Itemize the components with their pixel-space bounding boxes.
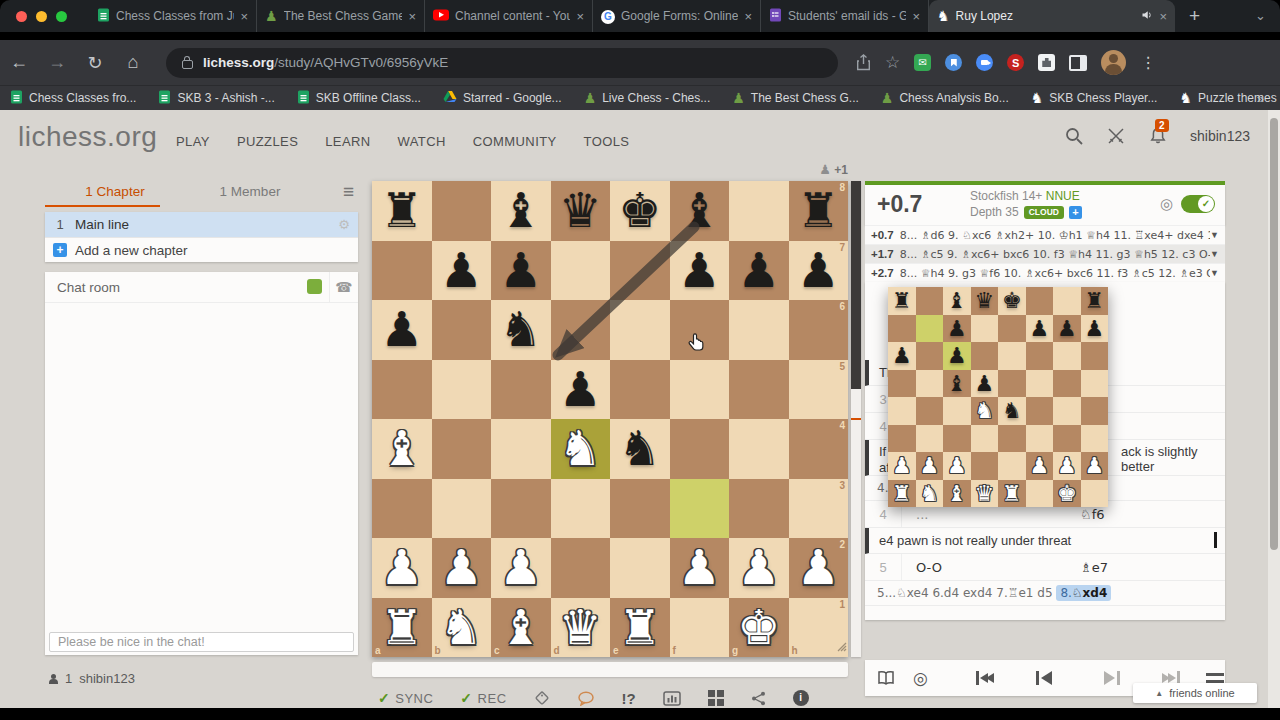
move-number: 5 bbox=[865, 554, 902, 580]
tab-title: Channel content - YouTu bbox=[455, 9, 570, 23]
zoom-extension-icon[interactable] bbox=[976, 54, 993, 71]
square-f7[interactable] bbox=[670, 241, 730, 301]
chapter-row[interactable]: 1 Main line ⚙ bbox=[45, 212, 358, 238]
square-b7 bbox=[916, 315, 944, 343]
square-f5[interactable] bbox=[670, 360, 730, 420]
text-cursor bbox=[1214, 532, 1217, 548]
plus-icon: + bbox=[53, 243, 67, 257]
board-resize-handle[interactable] bbox=[835, 638, 847, 656]
square-b8[interactable] bbox=[432, 181, 492, 241]
square-c4[interactable] bbox=[491, 419, 551, 479]
tab-close-icon[interactable]: × bbox=[1159, 9, 1167, 24]
tab-title: The Best Chess Games o bbox=[284, 9, 403, 23]
square-f4[interactable] bbox=[670, 419, 730, 479]
bookmark-item[interactable]: ♞Puzzle themes · li... bbox=[1179, 90, 1280, 106]
material-advantage: ♟ +1 bbox=[372, 162, 848, 178]
square-e6 bbox=[998, 342, 1026, 370]
file-label: h bbox=[792, 645, 798, 656]
square-b2[interactable] bbox=[432, 538, 492, 598]
share-icon[interactable] bbox=[856, 54, 871, 71]
square-c6 bbox=[943, 342, 971, 370]
sync-toggle[interactable]: ✓SYNC bbox=[378, 690, 433, 706]
keep-extension-icon[interactable] bbox=[945, 54, 962, 71]
square-g3[interactable] bbox=[729, 479, 789, 539]
square-d2[interactable] bbox=[551, 538, 611, 598]
add-chapter-label: Add a new chapter bbox=[75, 243, 188, 258]
square-c5[interactable] bbox=[491, 360, 551, 420]
profile-avatar[interactable] bbox=[1101, 50, 1126, 75]
tab-chapters[interactable]: 1 Chapter bbox=[45, 184, 185, 199]
square-b1[interactable]: b bbox=[432, 598, 492, 658]
current-move[interactable]: 8.♘xd4 bbox=[1056, 585, 1111, 601]
home-button[interactable]: ⌂ bbox=[114, 52, 152, 73]
tab-close-icon[interactable]: × bbox=[576, 9, 584, 24]
tab-close-icon[interactable]: × bbox=[912, 9, 920, 24]
browser-menu-icon[interactable]: ⋮ bbox=[1140, 53, 1156, 72]
square-a2 bbox=[888, 452, 916, 480]
square-d6 bbox=[971, 342, 999, 370]
line-moves: 8... ♕h4 9. g3 ♕f6 10. ♗xc6+ bxc6 11. f3… bbox=[900, 267, 1210, 280]
move-row: 5O-O♗e7 bbox=[865, 554, 1225, 581]
square-b6 bbox=[916, 342, 944, 370]
toolbar-extensions: ☆ ✉ S ⋮ bbox=[856, 50, 1156, 75]
browser-tab[interactable]: Channel content - YouTu× bbox=[425, 0, 593, 32]
square-g4[interactable] bbox=[729, 419, 789, 479]
window-minimize-button[interactable] bbox=[36, 11, 47, 22]
pawn-favicon-icon: ♟ bbox=[265, 8, 278, 24]
bookmark-label: Live Chess - Ches... bbox=[602, 91, 710, 105]
square-a3 bbox=[888, 425, 916, 453]
eval-gauge bbox=[851, 181, 861, 657]
square-b6[interactable] bbox=[432, 300, 492, 360]
nav-puzzles[interactable]: PUZZLES bbox=[237, 134, 298, 149]
square-a6[interactable] bbox=[372, 300, 432, 360]
rank-label: 8 bbox=[839, 182, 845, 193]
rec-toggle[interactable]: ✓REC bbox=[460, 690, 506, 706]
nav-play[interactable]: PLAY bbox=[176, 134, 210, 149]
square-g5 bbox=[1053, 370, 1081, 398]
challenges-swords-icon[interactable] bbox=[1106, 126, 1126, 146]
square-h2[interactable]: 2 bbox=[789, 538, 849, 598]
square-g1 bbox=[1053, 480, 1081, 508]
line-moves: 8... ♗d6 9. ♘xc6 ♗xh2+ 10. ♔h1 ♕h4 11. ♖… bbox=[900, 229, 1210, 242]
nav-tools[interactable]: TOOLS bbox=[584, 134, 630, 149]
square-f7 bbox=[1026, 315, 1054, 343]
sheets-bookmark-icon bbox=[297, 90, 310, 107]
tab-strip: Chess Classes from Jun×♟The Best Chess G… bbox=[89, 0, 1175, 32]
square-f8 bbox=[1026, 287, 1054, 315]
bookmark-item[interactable]: ♟The Best Chess G... bbox=[732, 90, 859, 106]
square-a8[interactable] bbox=[372, 181, 432, 241]
reload-button[interactable]: ↻ bbox=[76, 52, 114, 74]
pawn-bookmark-icon: ♟ bbox=[584, 90, 597, 106]
line-eval: +1.7 bbox=[871, 248, 894, 260]
bookmark-star-icon[interactable]: ☆ bbox=[885, 52, 900, 73]
share-analysis-icon[interactable] bbox=[751, 691, 766, 706]
rank-label: 2 bbox=[839, 539, 845, 550]
bookmark-label: SKB Chess Player... bbox=[1049, 91, 1157, 105]
browser-tab[interactable]: Students' email ids - Go× bbox=[761, 0, 929, 32]
engine-plus-icon[interactable]: + bbox=[1069, 206, 1082, 219]
tab-title: Ruy Lopez bbox=[956, 9, 1136, 23]
rank-label: 6 bbox=[839, 301, 845, 312]
browser-tab[interactable]: GGoogle Forms: Online Fo× bbox=[593, 0, 761, 32]
boards-grid-icon[interactable] bbox=[708, 690, 724, 706]
back-button[interactable]: ← bbox=[0, 52, 38, 73]
square-e5[interactable] bbox=[610, 360, 670, 420]
side-panel-icon[interactable] bbox=[1069, 55, 1087, 71]
square-h5 bbox=[1081, 370, 1109, 398]
square-f2 bbox=[1026, 452, 1054, 480]
prev-move-button[interactable] bbox=[1036, 671, 1052, 685]
square-d5[interactable] bbox=[551, 360, 611, 420]
square-g3 bbox=[1053, 425, 1081, 453]
board-resize-bar[interactable] bbox=[372, 662, 848, 677]
chart-icon[interactable] bbox=[663, 691, 681, 706]
square-e4[interactable] bbox=[610, 419, 670, 479]
square-g7[interactable] bbox=[729, 241, 789, 301]
square-a6 bbox=[888, 342, 916, 370]
file-label: d bbox=[554, 645, 560, 656]
bookmark-item[interactable]: Chess Classes fro... bbox=[10, 90, 136, 107]
engine-header: +0.7 Stockfish 14+ NNUE Depth 35 CLOUD +… bbox=[865, 185, 1225, 225]
browser-tab[interactable]: Chess Classes from Jun× bbox=[89, 0, 257, 32]
square-g7 bbox=[1053, 315, 1081, 343]
file-label: c bbox=[494, 645, 500, 656]
page-scrollbar-thumb[interactable] bbox=[1270, 118, 1278, 550]
square-b1 bbox=[916, 480, 944, 508]
spectator-count: 1 bbox=[65, 671, 72, 686]
square-c7[interactable] bbox=[491, 241, 551, 301]
square-a3[interactable] bbox=[372, 479, 432, 539]
square-e7[interactable] bbox=[610, 241, 670, 301]
square-h7 bbox=[1081, 315, 1109, 343]
url-domain: lichess.org bbox=[203, 55, 274, 70]
variation-line[interactable]: 5...♘xe4 6.d4 exd4 7.♖e1 d5 8.♘xd4 bbox=[865, 581, 1225, 606]
book-icon[interactable] bbox=[877, 670, 895, 686]
square-c1[interactable]: c bbox=[491, 598, 551, 658]
comment-bubble-icon[interactable] bbox=[577, 691, 595, 706]
analysis-menu-icon[interactable] bbox=[1206, 673, 1224, 683]
square-g4 bbox=[1053, 397, 1081, 425]
user-menu[interactable]: shibin123 bbox=[1190, 128, 1250, 144]
engine-focus-icon[interactable]: ◎ bbox=[1160, 195, 1173, 213]
square-h3 bbox=[1081, 425, 1109, 453]
url-path: /study/AQHvGTv0/6956yVkE bbox=[274, 55, 448, 70]
lock-icon bbox=[182, 60, 193, 69]
square-g6[interactable] bbox=[729, 300, 789, 360]
notification-badge: 2 bbox=[1155, 119, 1169, 132]
square-f2[interactable] bbox=[670, 538, 730, 598]
screen: Chess Classes from Jun×♟The Best Chess G… bbox=[0, 0, 1280, 720]
chapter-title: Main line bbox=[75, 217, 129, 232]
google-favicon-icon: G bbox=[601, 9, 615, 24]
square-g1[interactable]: g bbox=[729, 598, 789, 658]
square-d8 bbox=[971, 287, 999, 315]
rank-label: 5 bbox=[839, 361, 845, 372]
forward-button[interactable]: → bbox=[38, 52, 76, 73]
phone-icon[interactable]: ☎ bbox=[329, 272, 358, 302]
square-b4[interactable] bbox=[432, 419, 492, 479]
bookmark-label: Starred - Google... bbox=[463, 91, 562, 105]
square-a4[interactable] bbox=[372, 419, 432, 479]
square-c6[interactable] bbox=[491, 300, 551, 360]
nav-community[interactable]: COMMUNITY bbox=[473, 134, 557, 149]
tab-search-chevron-icon[interactable]: ⌄ bbox=[1255, 8, 1266, 23]
line-moves: 8... ♗c5 9. ♗xc6+ bxc6 10. f3 ♕h4 11. g3… bbox=[900, 248, 1210, 261]
bookmark-item[interactable]: ♟Chess Analysis Bo... bbox=[881, 90, 1009, 106]
first-move-button[interactable] bbox=[976, 671, 994, 685]
square-b2 bbox=[916, 452, 944, 480]
bookmark-label: The Best Chess G... bbox=[751, 91, 859, 105]
browser-tab-bar: Chess Classes from Jun×♟The Best Chess G… bbox=[0, 0, 1280, 32]
bookmark-item[interactable]: SKB 3 - Ashish -... bbox=[158, 90, 274, 107]
browser-tab[interactable]: ♞Ruy Lopez× bbox=[929, 0, 1175, 32]
header-icons: 2 shibin123 bbox=[1064, 126, 1250, 146]
spectators: 1 shibin123 bbox=[48, 671, 135, 686]
square-h5[interactable]: 5 bbox=[789, 360, 849, 420]
bookmark-label: Chess Classes fro... bbox=[29, 91, 136, 105]
square-e7 bbox=[998, 315, 1026, 343]
lichess-bookmark-icon: ♞ bbox=[1179, 90, 1192, 106]
black-move[interactable]: ♗e7 bbox=[1066, 560, 1225, 575]
bookmark-item[interactable]: ♞SKB Chess Player... bbox=[1031, 90, 1158, 106]
rank-label: 1 bbox=[839, 599, 845, 610]
line-eval: +0.7 bbox=[871, 229, 894, 241]
square-e1[interactable]: e bbox=[610, 598, 670, 658]
square-e8[interactable] bbox=[610, 181, 670, 241]
chat-input[interactable] bbox=[49, 632, 354, 652]
square-h4 bbox=[1081, 397, 1109, 425]
next-move-button[interactable] bbox=[1104, 671, 1120, 685]
square-h6[interactable]: 6 bbox=[789, 300, 849, 360]
square-f6 bbox=[1026, 342, 1054, 370]
bookmark-label: Puzzle themes · li... bbox=[1198, 91, 1280, 105]
engine-toggle[interactable]: ✓ bbox=[1181, 195, 1215, 213]
square-g8[interactable] bbox=[729, 181, 789, 241]
square-d3[interactable] bbox=[551, 479, 611, 539]
square-c2[interactable] bbox=[491, 538, 551, 598]
search-icon[interactable] bbox=[1064, 126, 1084, 146]
chat-title: Chat room bbox=[57, 280, 120, 295]
bookmarks-overflow-icon[interactable]: » bbox=[1257, 91, 1264, 106]
study-tabs: 1 Chapter 1 Member ≡ bbox=[45, 184, 358, 212]
add-chapter-button[interactable]: + Add a new chapter bbox=[45, 238, 358, 262]
square-h3[interactable]: 3 bbox=[789, 479, 849, 539]
pawn-bookmark-icon: ♟ bbox=[732, 90, 745, 106]
square-h4[interactable]: 4 bbox=[789, 419, 849, 479]
bookmark-item[interactable]: SKB Offline Class... bbox=[297, 90, 421, 107]
tab-title: Google Forms: Online Fo bbox=[621, 9, 738, 23]
friends-online-bar[interactable]: ▲ friends online bbox=[1133, 683, 1257, 703]
square-c3[interactable] bbox=[491, 479, 551, 539]
spectator-name[interactable]: shibin123 bbox=[79, 671, 135, 686]
main-nav: PLAYPUZZLESLEARNWATCHCOMMUNITYTOOLS bbox=[176, 134, 629, 149]
line-expand-icon[interactable]: ▼ bbox=[1210, 268, 1219, 278]
notifications-bell-icon[interactable]: 2 bbox=[1148, 126, 1168, 146]
window-close-button[interactable] bbox=[16, 11, 27, 22]
square-c8[interactable] bbox=[491, 181, 551, 241]
line-expand-icon[interactable]: ▼ bbox=[1210, 249, 1219, 259]
square-a8 bbox=[888, 287, 916, 315]
file-label: a bbox=[375, 645, 381, 656]
square-g2[interactable] bbox=[729, 538, 789, 598]
browser-tab[interactable]: ♟The Best Chess Games o× bbox=[257, 0, 425, 32]
square-d6[interactable] bbox=[551, 300, 611, 360]
nav-learn[interactable]: LEARN bbox=[325, 134, 370, 149]
tab-close-icon[interactable]: × bbox=[744, 9, 752, 24]
mail-extension-icon[interactable]: ✉ bbox=[914, 54, 931, 71]
line-expand-icon[interactable]: ▼ bbox=[1210, 230, 1219, 240]
chat-toggle[interactable] bbox=[307, 279, 322, 294]
square-c2 bbox=[943, 452, 971, 480]
square-b7[interactable] bbox=[432, 241, 492, 301]
black-move[interactable]: ♘f6 bbox=[1066, 507, 1225, 522]
tag-icon[interactable] bbox=[534, 690, 550, 706]
forms-favicon-icon bbox=[769, 8, 782, 25]
square-h7[interactable]: 7 bbox=[789, 241, 849, 301]
bookmark-label: SKB Offline Class... bbox=[316, 91, 421, 105]
current-move-number: 8. bbox=[1060, 586, 1071, 600]
bookmarks-bar: Chess Classes fro...SKB 3 - Ashish -...S… bbox=[0, 85, 1280, 110]
chat-header: Chat room ☎ bbox=[45, 272, 358, 303]
chapter-index: 1 bbox=[45, 217, 75, 232]
square-f1[interactable]: f bbox=[670, 598, 730, 658]
tab-close-icon[interactable]: × bbox=[408, 9, 416, 24]
nav-watch[interactable]: WATCH bbox=[398, 134, 446, 149]
square-a2[interactable] bbox=[372, 538, 432, 598]
square-a1[interactable]: a bbox=[372, 598, 432, 658]
square-f4 bbox=[1026, 397, 1054, 425]
engine-name: Stockfish 14+ NNUE bbox=[970, 189, 1080, 203]
square-g8 bbox=[1053, 287, 1081, 315]
square-d7[interactable] bbox=[551, 241, 611, 301]
member-icon bbox=[48, 674, 58, 684]
square-b5[interactable] bbox=[432, 360, 492, 420]
chat-panel: Chat room ☎ bbox=[45, 272, 358, 655]
bookmark-item[interactable]: Starred - Google... bbox=[443, 90, 562, 106]
square-b4 bbox=[916, 397, 944, 425]
square-b3[interactable] bbox=[432, 479, 492, 539]
lichess-favicon-icon: ♞ bbox=[937, 8, 950, 24]
tab-title: Students' email ids - Go bbox=[788, 9, 906, 23]
square-f5 bbox=[1026, 370, 1054, 398]
square-f6[interactable] bbox=[670, 300, 730, 360]
square-e4 bbox=[998, 397, 1026, 425]
file-label: e bbox=[613, 645, 619, 656]
line-eval: +2.7 bbox=[871, 267, 894, 279]
lichess-logo[interactable]: lichess.org bbox=[18, 121, 157, 153]
cloud-badge: CLOUD bbox=[1024, 206, 1064, 219]
square-c5 bbox=[943, 370, 971, 398]
square-e6[interactable] bbox=[610, 300, 670, 360]
square-d1[interactable]: d bbox=[551, 598, 611, 658]
square-f3[interactable] bbox=[670, 479, 730, 539]
chapter-gear-icon[interactable]: ⚙ bbox=[338, 217, 350, 232]
comment-text: e4 pawn is not really under threat bbox=[879, 533, 1071, 548]
square-b5 bbox=[916, 370, 944, 398]
square-f8[interactable] bbox=[670, 181, 730, 241]
tab-close-icon[interactable]: × bbox=[240, 9, 248, 24]
drive-bookmark-icon bbox=[443, 90, 457, 106]
square-c7 bbox=[943, 315, 971, 343]
window-zoom-button[interactable] bbox=[56, 11, 67, 22]
bookmark-item[interactable]: ♟Live Chess - Ches... bbox=[584, 90, 711, 106]
extensions-puzzle-icon[interactable] bbox=[1038, 54, 1055, 71]
s-extension-icon[interactable]: S bbox=[1007, 54, 1024, 71]
sheets-bookmark-icon bbox=[158, 90, 171, 107]
square-c4 bbox=[943, 397, 971, 425]
info-icon[interactable]: i bbox=[793, 690, 809, 706]
square-d4 bbox=[971, 397, 999, 425]
bookmarks-list: Chess Classes fro...SKB 3 - Ashish -...S… bbox=[10, 90, 1280, 107]
tab-title: Chess Classes from Jun bbox=[116, 9, 234, 23]
square-d4[interactable] bbox=[551, 419, 611, 479]
square-e3[interactable] bbox=[610, 479, 670, 539]
white-move[interactable]: ... bbox=[902, 507, 1066, 522]
square-a7 bbox=[888, 315, 916, 343]
engine-line[interactable]: +0.78... ♗d6 9. ♘xc6 ♗xh2+ 10. ♔h1 ♕h4 1… bbox=[865, 225, 1225, 244]
square-a7[interactable] bbox=[372, 241, 432, 301]
engine-line[interactable]: +1.78... ♗c5 9. ♗xc6+ bxc6 10. f3 ♕h4 11… bbox=[865, 244, 1225, 263]
square-e2[interactable] bbox=[610, 538, 670, 598]
square-h1 bbox=[1081, 480, 1109, 508]
square-a5[interactable] bbox=[372, 360, 432, 420]
file-label: g bbox=[732, 645, 738, 656]
lichess-page: lichess.org PLAYPUZZLESLEARNWATCHCOMMUNI… bbox=[0, 110, 1280, 708]
square-d7 bbox=[971, 315, 999, 343]
engine-lines: +0.78... ♗d6 9. ♘xc6 ♗xh2+ 10. ♔h1 ♕h4 1… bbox=[865, 225, 1225, 282]
lichess-bookmark-icon: ♞ bbox=[1031, 90, 1044, 106]
board-toolbar: ✓SYNC ✓REC !? i bbox=[378, 686, 848, 708]
square-e5 bbox=[998, 370, 1026, 398]
tab-audio-icon[interactable] bbox=[1141, 9, 1153, 24]
study-menu-icon[interactable]: ≡ bbox=[343, 181, 354, 203]
current-move-san: ♘xd4 bbox=[1072, 586, 1107, 600]
square-h6 bbox=[1081, 342, 1109, 370]
tab-members[interactable]: 1 Member bbox=[185, 184, 315, 199]
move-comment: e4 pawn is not really under threat bbox=[865, 528, 1225, 554]
square-c3 bbox=[943, 425, 971, 453]
practice-bullseye-icon[interactable]: ◎ bbox=[913, 668, 928, 689]
bookmark-label: SKB 3 - Ashish -... bbox=[177, 91, 274, 105]
square-h2 bbox=[1081, 452, 1109, 480]
variation-preview-popup: ♜♝♛♚♜♟♟♟♟♟♟♝♟♞♞♟♟♟♟♟♟♜♞♝♛♜♚ bbox=[888, 287, 1108, 507]
bookmark-label: Chess Analysis Bo... bbox=[899, 91, 1008, 105]
chess-board[interactable]: 8765432abcdefg1h♜♝♛♚♝♜♟♟♟♟♟♟♞♟♝♞♞♟♟♟♟♟♟♜… bbox=[372, 181, 848, 657]
white-move[interactable]: O-O bbox=[902, 560, 1066, 575]
comment-text: ack is slightly better bbox=[1121, 444, 1225, 474]
engine-line[interactable]: +2.78... ♕h4 9. g3 ♕f6 10. ♗xc6+ bxc6 11… bbox=[865, 263, 1225, 282]
square-d8[interactable] bbox=[551, 181, 611, 241]
square-a4 bbox=[888, 397, 916, 425]
browser-toolbar: ← → ↻ ⌂ lichess.org /study/AQHvGTv0/6956… bbox=[0, 40, 1280, 85]
square-d5 bbox=[971, 370, 999, 398]
square-e1 bbox=[998, 480, 1026, 508]
square-a1 bbox=[888, 480, 916, 508]
youtube-favicon-icon bbox=[433, 9, 449, 24]
address-bar[interactable]: lichess.org /study/AQHvGTv0/6956yVkE bbox=[166, 48, 838, 78]
square-a5 bbox=[888, 370, 916, 398]
square-h8 bbox=[1081, 287, 1109, 315]
square-e8 bbox=[998, 287, 1026, 315]
glyph-annotation-icon[interactable]: !? bbox=[622, 690, 636, 707]
square-h8[interactable]: 8 bbox=[789, 181, 849, 241]
new-tab-button[interactable]: + bbox=[1189, 5, 1200, 27]
square-g5[interactable] bbox=[729, 360, 789, 420]
square-e2 bbox=[998, 452, 1026, 480]
engine-eval: +0.7 bbox=[877, 191, 922, 218]
